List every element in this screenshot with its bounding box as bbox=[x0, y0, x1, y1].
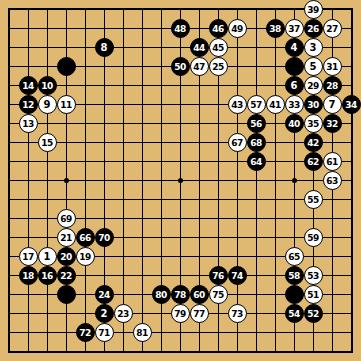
stone-black-move-56: 56 bbox=[247, 114, 266, 133]
move-number-label: 10 bbox=[41, 81, 53, 90]
stone-white-move-53: 53 bbox=[304, 266, 323, 285]
move-number-label: 13 bbox=[22, 119, 34, 128]
move-number-label: 77 bbox=[193, 309, 205, 318]
move-number-label: 28 bbox=[326, 81, 338, 90]
stone-white-move-1: 1 bbox=[38, 247, 57, 266]
stone-white-move-67: 67 bbox=[228, 133, 247, 152]
stone-white-move-5: 5 bbox=[304, 57, 323, 76]
move-number-label: 61 bbox=[326, 157, 338, 166]
go-board: 1234567891011121314151617181920212223242… bbox=[0, 0, 361, 361]
stone-white-move-81: 81 bbox=[133, 323, 152, 342]
stone-white-move-75: 75 bbox=[209, 285, 228, 304]
move-number-label: 72 bbox=[79, 328, 91, 337]
move-number-label: 73 bbox=[231, 309, 243, 318]
stone-white-move-25: 25 bbox=[209, 57, 228, 76]
stone-black-move-78: 78 bbox=[171, 285, 190, 304]
move-number-label: 32 bbox=[326, 119, 338, 128]
stone-black-move-38: 38 bbox=[266, 19, 285, 38]
move-number-label: 34 bbox=[345, 100, 357, 109]
stone-black-handicap bbox=[285, 285, 304, 304]
stone-black-move-70: 70 bbox=[95, 228, 114, 247]
stone-black-move-68: 68 bbox=[247, 133, 266, 152]
stone-white-move-57: 57 bbox=[247, 95, 266, 114]
move-number-label: 51 bbox=[307, 290, 319, 299]
stone-black-move-54: 54 bbox=[285, 304, 304, 323]
move-number-label: 42 bbox=[307, 138, 319, 147]
stone-white-move-45: 45 bbox=[209, 38, 228, 57]
move-number-label: 75 bbox=[212, 290, 224, 299]
stone-black-move-30: 30 bbox=[304, 95, 323, 114]
move-number-label: 58 bbox=[288, 271, 300, 280]
stone-black-move-14: 14 bbox=[19, 76, 38, 95]
move-number-label: 19 bbox=[79, 252, 91, 261]
move-number-label: 30 bbox=[307, 100, 319, 109]
move-number-label: 49 bbox=[231, 24, 243, 33]
stone-white-move-49: 49 bbox=[228, 19, 247, 38]
move-number-label: 3 bbox=[310, 43, 317, 53]
move-number-label: 41 bbox=[269, 100, 281, 109]
move-number-label: 5 bbox=[310, 62, 317, 72]
move-number-label: 54 bbox=[288, 309, 300, 318]
move-number-label: 47 bbox=[193, 62, 205, 71]
stone-white-move-15: 15 bbox=[38, 133, 57, 152]
stone-white-move-31: 31 bbox=[323, 57, 342, 76]
stone-black-move-74: 74 bbox=[228, 266, 247, 285]
move-number-label: 24 bbox=[98, 290, 110, 299]
stone-black-move-8: 8 bbox=[95, 38, 114, 57]
stone-white-move-7: 7 bbox=[323, 95, 342, 114]
stone-black-handicap bbox=[57, 57, 76, 76]
move-number-label: 31 bbox=[326, 62, 338, 71]
move-number-label: 18 bbox=[22, 271, 34, 280]
move-number-label: 29 bbox=[307, 81, 319, 90]
move-number-label: 43 bbox=[231, 100, 243, 109]
stone-white-move-37: 37 bbox=[285, 19, 304, 38]
stone-black-move-24: 24 bbox=[95, 285, 114, 304]
move-number-label: 21 bbox=[60, 233, 72, 242]
move-number-label: 20 bbox=[60, 252, 72, 261]
move-number-label: 6 bbox=[291, 81, 298, 91]
stone-white-move-39: 39 bbox=[304, 0, 323, 19]
stone-black-move-52: 52 bbox=[304, 304, 323, 323]
stone-black-move-66: 66 bbox=[76, 228, 95, 247]
stone-black-move-72: 72 bbox=[76, 323, 95, 342]
stone-black-move-12: 12 bbox=[19, 95, 38, 114]
stone-white-move-9: 9 bbox=[38, 95, 57, 114]
stone-black-move-44: 44 bbox=[190, 38, 209, 57]
move-number-label: 81 bbox=[136, 328, 148, 337]
stone-black-handicap bbox=[57, 285, 76, 304]
stone-white-move-65: 65 bbox=[285, 247, 304, 266]
stone-black-move-58: 58 bbox=[285, 266, 304, 285]
move-number-label: 37 bbox=[288, 24, 300, 33]
stone-white-move-21: 21 bbox=[57, 228, 76, 247]
stone-white-move-11: 11 bbox=[57, 95, 76, 114]
move-number-label: 4 bbox=[291, 43, 298, 53]
move-number-label: 71 bbox=[98, 328, 110, 337]
move-number-label: 52 bbox=[307, 309, 319, 318]
move-number-label: 9 bbox=[44, 100, 51, 110]
move-number-label: 45 bbox=[212, 43, 224, 52]
stone-black-move-48: 48 bbox=[171, 19, 190, 38]
stone-layer: 1234567891011121314151617181920212223242… bbox=[0, 0, 361, 361]
move-number-label: 70 bbox=[98, 233, 110, 242]
move-number-label: 39 bbox=[307, 5, 319, 14]
stone-black-move-80: 80 bbox=[152, 285, 171, 304]
stone-black-move-22: 22 bbox=[57, 266, 76, 285]
stone-black-move-32: 32 bbox=[323, 114, 342, 133]
move-number-label: 23 bbox=[117, 309, 129, 318]
move-number-label: 50 bbox=[174, 62, 186, 71]
move-number-label: 46 bbox=[212, 24, 224, 33]
stone-white-move-23: 23 bbox=[114, 304, 133, 323]
stone-black-move-62: 62 bbox=[304, 152, 323, 171]
stone-white-move-55: 55 bbox=[304, 190, 323, 209]
move-number-label: 25 bbox=[212, 62, 224, 71]
stone-black-move-42: 42 bbox=[304, 133, 323, 152]
stone-white-move-77: 77 bbox=[190, 304, 209, 323]
stone-black-move-20: 20 bbox=[57, 247, 76, 266]
stone-white-move-41: 41 bbox=[266, 95, 285, 114]
move-number-label: 35 bbox=[307, 119, 319, 128]
stone-black-move-64: 64 bbox=[247, 152, 266, 171]
stone-black-move-4: 4 bbox=[285, 38, 304, 57]
stone-white-move-29: 29 bbox=[304, 76, 323, 95]
move-number-label: 66 bbox=[79, 233, 91, 242]
move-number-label: 55 bbox=[307, 195, 319, 204]
stone-black-move-2: 2 bbox=[95, 304, 114, 323]
move-number-label: 14 bbox=[22, 81, 34, 90]
move-number-label: 62 bbox=[307, 157, 319, 166]
stone-white-move-59: 59 bbox=[304, 228, 323, 247]
stone-white-move-63: 63 bbox=[323, 171, 342, 190]
move-number-label: 56 bbox=[250, 119, 262, 128]
stone-white-move-61: 61 bbox=[323, 152, 342, 171]
stone-white-move-51: 51 bbox=[304, 285, 323, 304]
move-number-label: 8 bbox=[101, 43, 108, 53]
stone-black-move-40: 40 bbox=[285, 114, 304, 133]
stone-black-move-34: 34 bbox=[342, 95, 361, 114]
move-number-label: 64 bbox=[250, 157, 262, 166]
move-number-label: 79 bbox=[174, 309, 186, 318]
move-number-label: 57 bbox=[250, 100, 262, 109]
move-number-label: 80 bbox=[155, 290, 167, 299]
stone-black-move-60: 60 bbox=[190, 285, 209, 304]
move-number-label: 27 bbox=[326, 24, 338, 33]
stone-white-move-13: 13 bbox=[19, 114, 38, 133]
move-number-label: 26 bbox=[307, 24, 319, 33]
move-number-label: 15 bbox=[41, 138, 53, 147]
move-number-label: 12 bbox=[22, 100, 34, 109]
stone-white-move-73: 73 bbox=[228, 304, 247, 323]
move-number-label: 65 bbox=[288, 252, 300, 261]
move-number-label: 40 bbox=[288, 119, 300, 128]
stone-black-move-76: 76 bbox=[209, 266, 228, 285]
stone-black-move-50: 50 bbox=[171, 57, 190, 76]
move-number-label: 69 bbox=[60, 214, 72, 223]
stone-white-move-17: 17 bbox=[19, 247, 38, 266]
stone-black-move-16: 16 bbox=[38, 266, 57, 285]
stone-white-move-43: 43 bbox=[228, 95, 247, 114]
move-number-label: 67 bbox=[231, 138, 243, 147]
move-number-label: 44 bbox=[193, 43, 205, 52]
move-number-label: 7 bbox=[329, 100, 336, 110]
move-number-label: 74 bbox=[231, 271, 243, 280]
stone-white-move-35: 35 bbox=[304, 114, 323, 133]
move-number-label: 2 bbox=[101, 309, 108, 319]
move-number-label: 78 bbox=[174, 290, 186, 299]
stone-white-move-71: 71 bbox=[95, 323, 114, 342]
stone-black-move-28: 28 bbox=[323, 76, 342, 95]
stone-white-move-27: 27 bbox=[323, 19, 342, 38]
move-number-label: 76 bbox=[212, 271, 224, 280]
stone-white-move-19: 19 bbox=[76, 247, 95, 266]
stone-white-move-47: 47 bbox=[190, 57, 209, 76]
stone-black-move-10: 10 bbox=[38, 76, 57, 95]
stone-black-move-6: 6 bbox=[285, 76, 304, 95]
stone-white-move-79: 79 bbox=[171, 304, 190, 323]
move-number-label: 59 bbox=[307, 233, 319, 242]
stone-black-move-18: 18 bbox=[19, 266, 38, 285]
move-number-label: 16 bbox=[41, 271, 53, 280]
stone-black-handicap bbox=[285, 57, 304, 76]
move-number-label: 22 bbox=[60, 271, 72, 280]
stone-black-move-46: 46 bbox=[209, 19, 228, 38]
move-number-label: 53 bbox=[307, 271, 319, 280]
move-number-label: 48 bbox=[174, 24, 186, 33]
move-number-label: 11 bbox=[60, 100, 72, 109]
stone-white-move-33: 33 bbox=[285, 95, 304, 114]
stone-white-move-69: 69 bbox=[57, 209, 76, 228]
move-number-label: 60 bbox=[193, 290, 205, 299]
move-number-label: 63 bbox=[326, 176, 338, 185]
stone-black-move-26: 26 bbox=[304, 19, 323, 38]
move-number-label: 68 bbox=[250, 138, 262, 147]
move-number-label: 1 bbox=[44, 252, 51, 262]
stone-white-move-3: 3 bbox=[304, 38, 323, 57]
move-number-label: 38 bbox=[269, 24, 281, 33]
move-number-label: 17 bbox=[22, 252, 34, 261]
move-number-label: 33 bbox=[288, 100, 300, 109]
